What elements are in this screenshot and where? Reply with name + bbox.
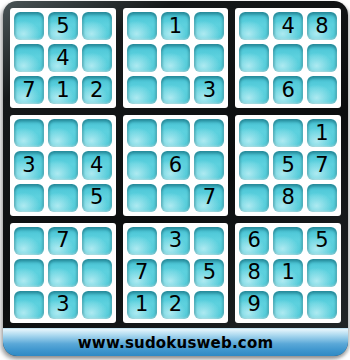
- cell-r8c9[interactable]: [307, 259, 337, 287]
- cell-r7c4[interactable]: [127, 227, 157, 255]
- cell-r2c1[interactable]: [14, 44, 44, 72]
- cell-r6c3[interactable]: 5: [82, 184, 112, 212]
- cell-r8c2[interactable]: [48, 259, 78, 287]
- cell-r2c3[interactable]: [82, 44, 112, 72]
- footer-bar: www.sudokusweb.com: [3, 328, 348, 356]
- cell-r1c8[interactable]: 4: [273, 12, 303, 40]
- cell-r2c8[interactable]: [273, 44, 303, 72]
- cell-r1c7[interactable]: [239, 12, 269, 40]
- sudoku-frame: 5471213486345671578733751265819 www.sudo…: [3, 1, 348, 356]
- box-5: 67: [123, 115, 229, 215]
- cell-r7c5[interactable]: 3: [161, 227, 191, 255]
- cell-r3c3[interactable]: 2: [82, 76, 112, 104]
- cell-r8c6[interactable]: 5: [194, 259, 224, 287]
- cell-r1c5[interactable]: 1: [161, 12, 191, 40]
- cell-r6c2[interactable]: [48, 184, 78, 212]
- cell-r4c7[interactable]: [239, 119, 269, 147]
- cell-r5c3[interactable]: 4: [82, 151, 112, 179]
- cell-r3c6[interactable]: 3: [194, 76, 224, 104]
- cell-r7c1[interactable]: [14, 227, 44, 255]
- cell-r7c7[interactable]: 6: [239, 227, 269, 255]
- cell-r1c4[interactable]: [127, 12, 157, 40]
- box-6: 1578: [235, 115, 341, 215]
- cell-r7c6[interactable]: [194, 227, 224, 255]
- box-9: 65819: [235, 223, 341, 323]
- cell-r3c2[interactable]: 1: [48, 76, 78, 104]
- cell-r6c8[interactable]: 8: [273, 184, 303, 212]
- cell-r7c3[interactable]: [82, 227, 112, 255]
- cell-r9c3[interactable]: [82, 291, 112, 319]
- cell-r9c7[interactable]: 9: [239, 291, 269, 319]
- cell-r5c1[interactable]: 3: [14, 151, 44, 179]
- cell-r1c9[interactable]: 8: [307, 12, 337, 40]
- cell-r7c9[interactable]: 5: [307, 227, 337, 255]
- cell-r6c9[interactable]: [307, 184, 337, 212]
- cell-r9c1[interactable]: [14, 291, 44, 319]
- cell-r4c4[interactable]: [127, 119, 157, 147]
- box-4: 345: [10, 115, 116, 215]
- cell-r2c4[interactable]: [127, 44, 157, 72]
- cell-r7c8[interactable]: [273, 227, 303, 255]
- cell-r5c7[interactable]: [239, 151, 269, 179]
- cell-r1c3[interactable]: [82, 12, 112, 40]
- website-url: www.sudokusweb.com: [78, 334, 273, 352]
- sudoku-board: 5471213486345671578733751265819: [3, 1, 348, 328]
- cell-r9c5[interactable]: 2: [161, 291, 191, 319]
- cell-r3c4[interactable]: [127, 76, 157, 104]
- cell-r4c5[interactable]: [161, 119, 191, 147]
- cell-r1c2[interactable]: 5: [48, 12, 78, 40]
- cell-r2c6[interactable]: [194, 44, 224, 72]
- cell-r1c1[interactable]: [14, 12, 44, 40]
- cell-r9c6[interactable]: [194, 291, 224, 319]
- cell-r7c2[interactable]: 7: [48, 227, 78, 255]
- box-8: 37512: [123, 223, 229, 323]
- cell-r4c3[interactable]: [82, 119, 112, 147]
- cell-r6c6[interactable]: 7: [194, 184, 224, 212]
- cell-r9c9[interactable]: [307, 291, 337, 319]
- cell-r3c1[interactable]: 7: [14, 76, 44, 104]
- cell-r9c4[interactable]: 1: [127, 291, 157, 319]
- cell-r8c1[interactable]: [14, 259, 44, 287]
- box-2: 13: [123, 8, 229, 108]
- cell-r6c5[interactable]: [161, 184, 191, 212]
- cell-r4c1[interactable]: [14, 119, 44, 147]
- cell-r8c8[interactable]: 1: [273, 259, 303, 287]
- cell-r8c7[interactable]: 8: [239, 259, 269, 287]
- cell-r5c8[interactable]: 5: [273, 151, 303, 179]
- cell-r5c2[interactable]: [48, 151, 78, 179]
- cell-r6c4[interactable]: [127, 184, 157, 212]
- cell-r6c7[interactable]: [239, 184, 269, 212]
- cell-r8c5[interactable]: [161, 259, 191, 287]
- cell-r5c9[interactable]: 7: [307, 151, 337, 179]
- cell-r4c8[interactable]: [273, 119, 303, 147]
- cell-r2c2[interactable]: 4: [48, 44, 78, 72]
- cell-r5c4[interactable]: [127, 151, 157, 179]
- cell-r5c6[interactable]: [194, 151, 224, 179]
- cell-r4c2[interactable]: [48, 119, 78, 147]
- cell-r4c6[interactable]: [194, 119, 224, 147]
- box-3: 486: [235, 8, 341, 108]
- cell-r9c8[interactable]: [273, 291, 303, 319]
- cell-r3c9[interactable]: [307, 76, 337, 104]
- box-7: 73: [10, 223, 116, 323]
- cell-r9c2[interactable]: 3: [48, 291, 78, 319]
- cell-r2c9[interactable]: [307, 44, 337, 72]
- cell-r1c6[interactable]: [194, 12, 224, 40]
- cell-r8c4[interactable]: 7: [127, 259, 157, 287]
- cell-r2c5[interactable]: [161, 44, 191, 72]
- cell-r4c9[interactable]: 1: [307, 119, 337, 147]
- cell-r2c7[interactable]: [239, 44, 269, 72]
- cell-r5c5[interactable]: 6: [161, 151, 191, 179]
- cell-r3c7[interactable]: [239, 76, 269, 104]
- cell-r3c8[interactable]: 6: [273, 76, 303, 104]
- cell-r8c3[interactable]: [82, 259, 112, 287]
- cell-r6c1[interactable]: [14, 184, 44, 212]
- cell-r3c5[interactable]: [161, 76, 191, 104]
- box-1: 54712: [10, 8, 116, 108]
